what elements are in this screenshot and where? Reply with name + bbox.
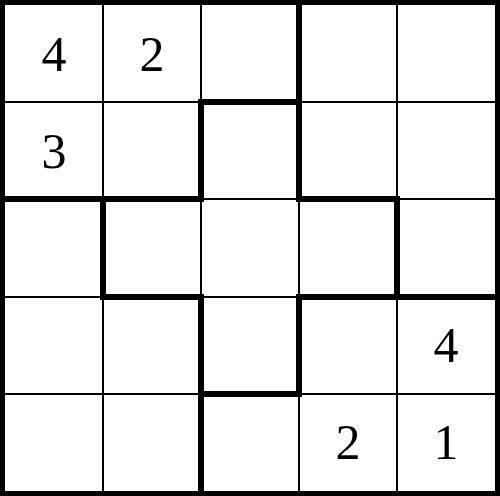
cell-r4c2[interactable] <box>103 297 201 394</box>
cell-r1c3[interactable] <box>201 5 299 102</box>
cell-r5c3[interactable] <box>201 394 299 491</box>
given-digit: 3 <box>42 122 67 180</box>
cell-r2c2[interactable] <box>103 102 201 199</box>
cell-r1c1[interactable]: 4 <box>5 5 103 102</box>
cell-r5c5[interactable]: 1 <box>397 394 495 491</box>
cell-r4c3[interactable] <box>201 297 299 394</box>
cell-grid: 423421 <box>5 5 495 491</box>
board-inner: 423421 <box>5 5 495 491</box>
cell-r5c2[interactable] <box>103 394 201 491</box>
cell-r1c4[interactable] <box>299 5 397 102</box>
given-digit: 2 <box>336 413 361 471</box>
cell-r1c5[interactable] <box>397 5 495 102</box>
cell-r4c5[interactable]: 4 <box>397 297 495 394</box>
cell-r5c1[interactable] <box>5 394 103 491</box>
cell-r2c5[interactable] <box>397 102 495 199</box>
given-digit: 1 <box>434 413 459 471</box>
cell-r1c2[interactable]: 2 <box>103 5 201 102</box>
cell-r3c5[interactable] <box>397 199 495 296</box>
cell-r2c1[interactable]: 3 <box>5 102 103 199</box>
cell-r2c4[interactable] <box>299 102 397 199</box>
cell-r3c4[interactable] <box>299 199 397 296</box>
cell-r5c4[interactable]: 2 <box>299 394 397 491</box>
cell-r3c3[interactable] <box>201 199 299 296</box>
cell-r4c1[interactable] <box>5 297 103 394</box>
cell-r4c4[interactable] <box>299 297 397 394</box>
suguru-board: 423421 <box>0 0 500 496</box>
given-digit: 4 <box>434 316 459 374</box>
given-digit: 4 <box>42 25 67 83</box>
cell-r3c1[interactable] <box>5 199 103 296</box>
cell-r2c3[interactable] <box>201 102 299 199</box>
given-digit: 2 <box>140 25 165 83</box>
cell-r3c2[interactable] <box>103 199 201 296</box>
